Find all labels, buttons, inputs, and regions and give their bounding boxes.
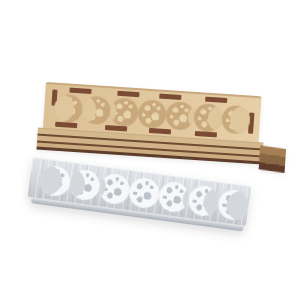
moon-shadow-cutter <box>81 95 97 124</box>
moon-waxing-gibbous <box>98 172 132 206</box>
finger-joint-slot <box>159 94 181 100</box>
product-photo <box>0 0 300 300</box>
moon-shadow-cutter <box>53 94 75 123</box>
moon-waxing-crescent <box>53 94 83 124</box>
finger-joint-slot <box>117 91 139 97</box>
finger-joint-slot <box>205 97 227 103</box>
moon-waxing-crescent <box>38 164 72 198</box>
moon-first-quarter <box>81 95 111 125</box>
moon-waning-crescent <box>221 105 251 135</box>
moon-waning-gibbous <box>157 180 191 214</box>
moon-waning-gibbous <box>165 101 195 131</box>
moon-shadow-cutter <box>98 172 108 203</box>
moon-shadow-cutter <box>229 105 251 134</box>
moon-shadow-cutter <box>38 164 63 197</box>
moon-shadow-cutter <box>225 189 250 222</box>
selenite-moon-phase-bar <box>27 157 251 232</box>
wooden-moon-phase-box <box>41 82 261 164</box>
moon-full-moon <box>127 176 161 210</box>
moon-shadow-cutter <box>68 168 87 200</box>
moon-full-moon <box>137 99 167 129</box>
box-base-corner <box>259 145 286 172</box>
finger-joint-slot <box>69 88 91 94</box>
moon-shadow-cutter <box>207 104 223 133</box>
moon-shadow-cutter <box>109 97 116 125</box>
moon-last-quarter <box>193 103 223 133</box>
moon-first-quarter <box>68 168 102 202</box>
moon-last-quarter <box>187 184 221 218</box>
moon-waxing-gibbous <box>109 97 139 127</box>
moon-waning-crescent <box>217 188 251 222</box>
